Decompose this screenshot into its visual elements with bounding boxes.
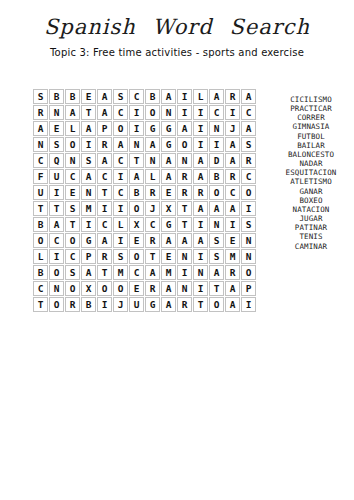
grid-cell: I	[177, 89, 192, 104]
word-list-item: TENIS	[268, 232, 354, 241]
puzzle-area: SBBEASCBAILARARNATACIONIICICAELAPOIGGAIN…	[0, 89, 354, 312]
grid-cell: B	[33, 217, 48, 232]
grid-cell: G	[145, 121, 160, 136]
grid-cell: A	[65, 105, 80, 120]
grid-cell: I	[81, 217, 96, 232]
grid-cell: I	[225, 105, 240, 120]
grid-cell: A	[161, 281, 176, 296]
grid-cell: A	[241, 89, 256, 104]
grid-cell: A	[81, 265, 96, 280]
grid-cell: B	[65, 89, 80, 104]
grid-cell: M	[113, 265, 128, 280]
grid-cell: O	[33, 233, 48, 248]
grid-cell: C	[33, 153, 48, 168]
grid-cell: B	[129, 185, 144, 200]
grid-cell: E	[161, 185, 176, 200]
grid-cell: L	[145, 169, 160, 184]
grid-cell: A	[145, 265, 160, 280]
grid-cell: I	[241, 297, 256, 312]
grid-cell: A	[177, 121, 192, 136]
grid-cell: O	[145, 105, 160, 120]
grid-cell: O	[65, 137, 80, 152]
grid-cell: A	[161, 233, 176, 248]
grid-cell: N	[33, 137, 48, 152]
word-list-item: PATINAR	[268, 223, 354, 232]
grid-cell: U	[33, 185, 48, 200]
grid-cell: A	[209, 265, 224, 280]
grid-cell: T	[97, 185, 112, 200]
word-list-item: ESQUITACION	[268, 168, 354, 177]
grid-cell: I	[209, 137, 224, 152]
grid-cell: N	[177, 153, 192, 168]
grid-cell: I	[193, 217, 208, 232]
grid-cell: R	[241, 153, 256, 168]
grid-cell: A	[209, 89, 224, 104]
grid-cell: O	[129, 201, 144, 216]
grid-cell: E	[81, 89, 96, 104]
grid-cell: A	[97, 153, 112, 168]
word-list-item: BAILAR	[268, 141, 354, 150]
grid-cell: C	[97, 217, 112, 232]
grid-cell: S	[65, 265, 80, 280]
grid-cell: I	[49, 249, 64, 264]
grid-cell: O	[113, 121, 128, 136]
grid-cell: S	[241, 137, 256, 152]
grid-cell: J	[225, 121, 240, 136]
grid-cell: M	[81, 201, 96, 216]
grid-cell: R	[145, 233, 160, 248]
grid-cell: E	[225, 233, 240, 248]
grid-cell: I	[129, 121, 144, 136]
grid-cell: O	[49, 265, 64, 280]
grid-cell: X	[161, 201, 176, 216]
grid-cell: N	[81, 185, 96, 200]
word-list-item: ATLETISMO	[268, 177, 354, 186]
grid-cell: O	[97, 281, 112, 296]
word-list-item: GANAR	[268, 187, 354, 196]
grid-cell: A	[161, 89, 176, 104]
grid-cell: C	[65, 169, 80, 184]
grid-cell: I	[97, 201, 112, 216]
grid-cell: X	[81, 281, 96, 296]
grid-cell: C	[97, 169, 112, 184]
grid-cell: T	[33, 297, 48, 312]
grid-cell: C	[33, 281, 48, 296]
grid-cell: T	[209, 281, 224, 296]
grid-cell: G	[161, 217, 176, 232]
grid-cell: R	[33, 105, 48, 120]
grid-cell: A	[33, 121, 48, 136]
grid-cell: A	[81, 169, 96, 184]
page-title: Spanish Word Search	[0, 0, 354, 39]
grid-cell: T	[33, 201, 48, 216]
grid-cell: C	[65, 249, 80, 264]
grid-cell: C	[113, 153, 128, 168]
grid-cell: O	[177, 137, 192, 152]
word-list-item: JUGAR	[268, 214, 354, 223]
grid-cell: C	[225, 185, 240, 200]
grid-cell: C	[49, 233, 64, 248]
grid-cell: T	[193, 297, 208, 312]
grid-cell: T	[49, 201, 64, 216]
grid-cell: A	[97, 105, 112, 120]
grid-cell: S	[49, 137, 64, 152]
grid-cell: N	[129, 137, 144, 152]
grid-cell: N	[49, 105, 64, 120]
word-list-item: PRACTICAR	[268, 104, 354, 113]
grid-cell: O	[129, 249, 144, 264]
grid-cell: P	[97, 121, 112, 136]
word-list-item: BALONCESTO	[268, 150, 354, 159]
grid-cell: A	[193, 201, 208, 216]
grid-cell: O	[241, 185, 256, 200]
grid-cell: L	[65, 121, 80, 136]
grid-cell: A	[177, 233, 192, 248]
grid-cell: N	[49, 281, 64, 296]
grid-cell: A	[113, 137, 128, 152]
grid-cell: A	[225, 137, 240, 152]
grid-cell: E	[129, 281, 144, 296]
grid-cell: L	[193, 89, 208, 104]
grid-cell: R	[225, 89, 240, 104]
grid-cell: M	[225, 249, 240, 264]
grid-cell: E	[129, 233, 144, 248]
grid-cell: R	[177, 169, 192, 184]
grid-cell: I	[113, 169, 128, 184]
grid-cell: S	[209, 233, 224, 248]
worksheet-page: Spanish Word Search Topic 3: Free time a…	[0, 0, 354, 500]
grid-cell: F	[33, 169, 48, 184]
grid-cell: A	[193, 153, 208, 168]
grid-cell: T	[129, 153, 144, 168]
grid-cell: U	[129, 297, 144, 312]
grid-cell: A	[241, 121, 256, 136]
grid-cell: A	[225, 281, 240, 296]
grid-cell: C	[209, 105, 224, 120]
grid-cell: S	[113, 249, 128, 264]
grid-cell: R	[97, 249, 112, 264]
word-list-item: CORRER	[268, 113, 354, 122]
grid-cell: I	[193, 137, 208, 152]
grid-cell: S	[113, 89, 128, 104]
word-search-grid: SBBEASCBAILARARNATACIONIICICAELAPOIGGAIN…	[33, 89, 256, 312]
grid-cell: A	[97, 233, 112, 248]
grid-cell: I	[129, 105, 144, 120]
grid-cell: A	[161, 169, 176, 184]
grid-cell: J	[113, 297, 128, 312]
grid-cell: C	[241, 169, 256, 184]
grid-cell: L	[33, 249, 48, 264]
grid-cell: I	[193, 249, 208, 264]
grid-cell: T	[177, 201, 192, 216]
grid-cell: E	[161, 249, 176, 264]
grid-cell: I	[193, 281, 208, 296]
grid-cell: I	[225, 217, 240, 232]
grid-cell: A	[161, 297, 176, 312]
grid-cell: Q	[49, 153, 64, 168]
grid-cell: I	[177, 265, 192, 280]
grid-cell: R	[225, 169, 240, 184]
grid-cell: L	[113, 217, 128, 232]
grid-cell: A	[225, 201, 240, 216]
grid-cell: T	[145, 249, 160, 264]
grid-cell: M	[161, 265, 176, 280]
grid-cell: R	[193, 185, 208, 200]
grid-cell: G	[161, 121, 176, 136]
grid-cell: B	[33, 265, 48, 280]
grid-cell: T	[177, 217, 192, 232]
grid-cell: B	[209, 169, 224, 184]
grid-cell: C	[129, 89, 144, 104]
grid-cell: O	[241, 265, 256, 280]
grid-cell: O	[65, 281, 80, 296]
grid-cell: R	[177, 297, 192, 312]
grid-cell: O	[65, 233, 80, 248]
grid-cell: I	[81, 137, 96, 152]
grid-cell: I	[193, 121, 208, 136]
grid-cell: A	[145, 137, 160, 152]
grid-cell: R	[145, 185, 160, 200]
grid-cell: I	[193, 105, 208, 120]
grid-cell: S	[241, 217, 256, 232]
grid-cell: N	[177, 281, 192, 296]
grid-cell: B	[49, 89, 64, 104]
grid-cell: B	[81, 297, 96, 312]
grid-cell: I	[113, 201, 128, 216]
grid-cell: R	[97, 137, 112, 152]
grid-cell: A	[193, 169, 208, 184]
grid-cell: P	[241, 281, 256, 296]
grid-cell: N	[241, 233, 256, 248]
word-list-item: FUTBOL	[268, 132, 354, 141]
grid-cell: G	[145, 297, 160, 312]
word-list-item: GIMNASIA	[268, 122, 354, 131]
grid-cell: R	[177, 185, 192, 200]
grid-cell: O	[49, 297, 64, 312]
grid-cell: O	[113, 281, 128, 296]
grid-cell: T	[65, 217, 80, 232]
grid-cell: T	[81, 105, 96, 120]
grid-cell: N	[241, 249, 256, 264]
word-list-item: CAMINAR	[268, 242, 354, 251]
grid-cell: E	[49, 121, 64, 136]
grid-cell: R	[145, 281, 160, 296]
grid-cell: N	[209, 217, 224, 232]
grid-cell: A	[49, 217, 64, 232]
grid-cell: E	[65, 185, 80, 200]
grid-cell: A	[97, 89, 112, 104]
grid-cell: A	[129, 169, 144, 184]
word-list-item: NATACION	[268, 205, 354, 214]
grid-cell: A	[193, 233, 208, 248]
grid-cell: I	[113, 233, 128, 248]
grid-cell: C	[113, 105, 128, 120]
word-list-item: CICILISMO	[268, 95, 354, 104]
grid-cell: C	[145, 217, 160, 232]
grid-cell: X	[129, 217, 144, 232]
grid-cell: N	[193, 265, 208, 280]
grid-cell: P	[81, 249, 96, 264]
grid-cell: I	[97, 297, 112, 312]
grid-cell: B	[145, 89, 160, 104]
grid-cell: J	[145, 201, 160, 216]
grid-cell: A	[161, 153, 176, 168]
grid-cell: I	[241, 201, 256, 216]
grid-cell: N	[145, 153, 160, 168]
grid-cell: R	[65, 297, 80, 312]
grid-cell: U	[49, 169, 64, 184]
word-list: CICILISMOPRACTICARCORRERGIMNASIAFUTBOLBA…	[268, 89, 354, 251]
grid-cell: S	[33, 89, 48, 104]
grid-cell: N	[161, 105, 176, 120]
grid-cell: G	[161, 137, 176, 152]
grid-cell: S	[81, 153, 96, 168]
grid-cell: A	[209, 201, 224, 216]
grid-cell: N	[209, 121, 224, 136]
grid-cell: I	[177, 105, 192, 120]
grid-cell: A	[225, 153, 240, 168]
word-list-item: BOXEO	[268, 196, 354, 205]
grid-cell: C	[113, 185, 128, 200]
grid-cell: O	[209, 297, 224, 312]
grid-cell: S	[209, 249, 224, 264]
grid-cell: O	[209, 185, 224, 200]
grid-cell: D	[209, 153, 224, 168]
grid-cell: A	[81, 121, 96, 136]
grid-cell: T	[97, 265, 112, 280]
grid-cell: I	[49, 185, 64, 200]
grid-cell: A	[225, 297, 240, 312]
grid-cell: C	[129, 265, 144, 280]
grid-cell: R	[225, 265, 240, 280]
grid-cell: S	[65, 201, 80, 216]
word-list-item: NADAR	[268, 159, 354, 168]
grid-cell: C	[241, 105, 256, 120]
grid-cell: G	[81, 233, 96, 248]
grid-cell: N	[177, 249, 192, 264]
page-subtitle: Topic 3: Free time activities - sports a…	[0, 47, 354, 58]
grid-cell: N	[65, 153, 80, 168]
